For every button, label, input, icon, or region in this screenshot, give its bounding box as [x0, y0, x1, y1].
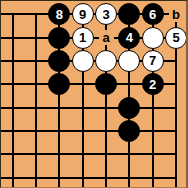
go-board: 893614572ab	[1, 1, 186, 187]
white-stone-9: 9	[72, 3, 94, 25]
grid-line-vertical	[35, 13, 37, 188]
white-stone-1: 1	[72, 27, 94, 49]
grid-line-horizontal	[1, 153, 177, 155]
black-stone	[118, 97, 140, 119]
black-stone-8: 8	[48, 3, 70, 25]
white-stone	[95, 50, 117, 72]
black-stone	[118, 3, 140, 25]
black-stone	[48, 27, 70, 49]
grid-line-horizontal	[1, 107, 177, 109]
black-stone-4: 4	[118, 27, 140, 49]
black-stone-2: 2	[142, 73, 164, 95]
black-stone-6: 6	[142, 3, 164, 25]
black-stone	[95, 73, 117, 95]
point-label-b: b	[169, 7, 184, 22]
black-stone	[118, 120, 140, 142]
white-stone	[118, 50, 140, 72]
white-stone-5: 5	[165, 27, 187, 49]
black-stone	[48, 73, 70, 95]
grid-line-horizontal	[1, 177, 177, 179]
grid-line-horizontal	[1, 130, 177, 132]
white-stone-3: 3	[95, 3, 117, 25]
white-stone	[72, 50, 94, 72]
white-stone	[142, 27, 164, 49]
go-diagram: 893614572ab	[0, 0, 188, 188]
white-stone-7: 7	[142, 50, 164, 72]
grid-line-vertical	[12, 13, 14, 188]
point-label-a: a	[99, 30, 114, 45]
black-stone	[48, 50, 70, 72]
